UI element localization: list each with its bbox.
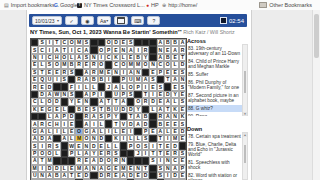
grid-cell[interactable]: T (98, 106, 105, 113)
print-button[interactable] (114, 16, 128, 25)
grid-cell[interactable]: N (31, 54, 38, 61)
grid-cell[interactable]: O (46, 98, 53, 105)
grid-cell[interactable]: A (157, 54, 164, 61)
grid-cell[interactable]: E (171, 54, 178, 61)
grid-cell[interactable]: E (149, 83, 156, 90)
grid-cell[interactable]: O (75, 128, 82, 135)
grid-cell[interactable]: A (83, 150, 90, 157)
grid-cell[interactable]: A (157, 128, 164, 135)
grid-cell[interactable]: C (171, 157, 178, 164)
grid-cell[interactable]: R (75, 61, 82, 68)
grid-cell[interactable]: D (112, 39, 119, 46)
grid-cell[interactable]: C (31, 98, 38, 105)
grid-cell[interactable]: S (127, 91, 134, 98)
grid-cell[interactable]: S (120, 179, 127, 180)
grid-cell[interactable]: E (179, 91, 186, 98)
grid-cell[interactable]: L (75, 150, 82, 157)
grid-cell[interactable]: B (53, 172, 60, 179)
grid-cell[interactable]: E (157, 98, 164, 105)
grid-cell[interactable]: M (46, 157, 53, 164)
grid-cell[interactable]: M (98, 69, 105, 76)
grid-cell[interactable]: U (112, 106, 119, 113)
grid-cell[interactable]: E (171, 128, 178, 135)
grid-cell[interactable]: D (171, 142, 178, 149)
grid-cell[interactable]: T (53, 39, 60, 46)
grid-cell[interactable]: E (164, 142, 171, 149)
grid-cell[interactable]: Y (142, 54, 149, 61)
grid-cell[interactable]: S (179, 120, 186, 127)
grid-cell[interactable]: P (134, 83, 141, 90)
clue-item[interactable]: 82. Word with station or silence (187, 173, 242, 180)
grid-cell[interactable]: N (134, 69, 141, 76)
grid-cell[interactable]: M (75, 39, 82, 46)
grid-cell[interactable]: S (53, 142, 60, 149)
clue-item[interactable]: 81. Speechless with shock (187, 160, 242, 171)
grid-cell[interactable]: N (120, 46, 127, 53)
grid-cell[interactable]: L (120, 54, 127, 61)
grid-cell[interactable]: A (90, 128, 97, 135)
grid-cell[interactable]: O (105, 157, 112, 164)
grid-cell[interactable]: S (38, 39, 45, 46)
grid-cell[interactable]: E (83, 157, 90, 164)
grid-cell[interactable]: F (68, 83, 75, 90)
grid-cell[interactable]: E (164, 120, 171, 127)
grid-cell[interactable]: D (98, 157, 105, 164)
grid-cell[interactable]: O (38, 150, 45, 157)
grid-cell[interactable]: E (171, 83, 178, 90)
grid-cell[interactable]: I (127, 128, 134, 135)
grid-cell[interactable]: I (90, 120, 97, 127)
grid-cell[interactable]: I (120, 69, 127, 76)
grid-cell[interactable]: D (179, 128, 186, 135)
bookmark-import[interactable]: ▤ Import bookmarks... (4, 2, 59, 8)
grid-cell[interactable]: A (157, 39, 164, 46)
keyboard-button[interactable]: ⌨ (131, 16, 144, 25)
grid-cell[interactable]: A (38, 128, 45, 135)
grid-cell[interactable]: N (171, 113, 178, 120)
letter-mode-button[interactable]: Aa ▾ (97, 16, 111, 25)
grid-cell[interactable]: S (127, 39, 134, 46)
grid-cell[interactable]: S (149, 76, 156, 83)
grid-cell[interactable]: N (157, 46, 164, 53)
grid-cell[interactable]: M (171, 135, 178, 142)
grid-cell[interactable]: I (134, 46, 141, 53)
grid-cell[interactable]: Y (134, 106, 141, 113)
grid-cell[interactable]: E (68, 165, 75, 172)
grid-cell[interactable]: B (164, 39, 171, 46)
clue-item[interactable]: 86. Phil Dunphy of "Modern Family," for … (187, 79, 242, 90)
grid-cell[interactable]: P (157, 69, 164, 76)
grid-cell[interactable]: D (83, 172, 90, 179)
grid-cell[interactable]: Y (171, 91, 178, 98)
grid-cell[interactable]: S (179, 98, 186, 105)
grid-cell[interactable]: I (98, 54, 105, 61)
grid-cell[interactable]: N (61, 91, 68, 98)
grid-cell[interactable]: D (179, 61, 186, 68)
grid-cell[interactable]: B (90, 76, 97, 83)
grid-cell[interactable]: W (68, 142, 75, 149)
grid-cell[interactable]: T (142, 91, 149, 98)
grid-cell[interactable]: R (171, 150, 178, 157)
grid-cell[interactable]: L (90, 83, 97, 90)
grid-cell[interactable]: K (179, 113, 186, 120)
grid-cell[interactable]: T (61, 46, 68, 53)
grid-cell[interactable]: L (120, 83, 127, 90)
grid-cell[interactable]: M (61, 61, 68, 68)
clue-item[interactable]: 83. 19th-century adversary of an 11-Down (187, 46, 242, 57)
grid-cell[interactable]: T (112, 120, 119, 127)
grid-cell[interactable]: R (112, 157, 119, 164)
grid-cell[interactable]: A (53, 46, 60, 53)
down-scrollbar-thumb[interactable] (244, 145, 247, 163)
grid-cell[interactable]: L (61, 128, 68, 135)
grid-cell[interactable]: E (53, 69, 60, 76)
grid-cell[interactable]: L (98, 120, 105, 127)
grid-cell[interactable]: E (68, 120, 75, 127)
grid-cell[interactable]: T (164, 76, 171, 83)
clue-item[interactable]: 84. Child of Prince Harry and Meghan Mar… (187, 59, 242, 70)
grid-cell[interactable]: D (142, 120, 149, 127)
grid-cell[interactable]: E (179, 157, 186, 164)
grid-cell[interactable]: O (68, 39, 75, 46)
grid-cell[interactable]: L (171, 61, 178, 68)
grid-cell[interactable]: T (68, 172, 75, 179)
bookmark-google[interactable]: G Google (54, 2, 78, 8)
grid-cell[interactable]: A (46, 135, 53, 142)
grid-cell[interactable]: P (105, 113, 112, 120)
grid-cell[interactable]: A (179, 39, 186, 46)
grid-cell[interactable]: H (53, 120, 60, 127)
grid-cell[interactable]: A (120, 172, 127, 179)
grid-cell[interactable]: P (68, 150, 75, 157)
grid-cell[interactable]: R (31, 83, 38, 90)
grid-cell[interactable]: O (98, 46, 105, 53)
grid-cell[interactable]: V (120, 120, 127, 127)
grid-cell[interactable]: E (149, 128, 156, 135)
grid-cell[interactable]: E (31, 76, 38, 83)
grid-cell[interactable]: M (75, 165, 82, 172)
grid-cell[interactable]: D (120, 106, 127, 113)
grid-cell[interactable]: P (142, 128, 149, 135)
grid-cell[interactable]: D (53, 98, 60, 105)
grid-cell[interactable]: L (127, 135, 134, 142)
grid-cell[interactable]: I (38, 142, 45, 149)
grid-cell[interactable]: I (38, 165, 45, 172)
grid-cell[interactable]: C (112, 61, 119, 68)
grid-cell[interactable]: M (75, 135, 82, 142)
clue-item[interactable]: 88. G whiz? (187, 105, 242, 111)
grid-cell[interactable]: M (134, 76, 141, 83)
grid-cell[interactable]: L (83, 83, 90, 90)
grid-cell[interactable]: E (149, 69, 156, 76)
grid-cell[interactable]: T (157, 142, 164, 149)
grid-cell[interactable]: A (46, 179, 53, 180)
grid-cell[interactable]: M (120, 165, 127, 172)
grid-cell[interactable]: N (83, 142, 90, 149)
grid-cell[interactable]: I (142, 83, 149, 90)
grid-cell[interactable]: E (105, 179, 112, 180)
grid-cell[interactable]: O (53, 61, 60, 68)
grid-cell[interactable]: J (134, 150, 141, 157)
grid-cell[interactable]: R (105, 172, 112, 179)
grid-cell[interactable]: N (164, 157, 171, 164)
grid-cell[interactable]: G (46, 106, 53, 113)
grid-cell[interactable]: T (157, 150, 164, 157)
grid-cell[interactable]: E (53, 106, 60, 113)
grid-cell[interactable]: E (164, 179, 171, 180)
grid-cell[interactable]: L (61, 165, 68, 172)
grid-cell[interactable]: L (105, 142, 112, 149)
grid-cell[interactable]: E (171, 120, 178, 127)
grid-cell[interactable]: W (53, 91, 60, 98)
grid-cell[interactable]: S (179, 150, 186, 157)
grid-cell[interactable]: R (46, 142, 53, 149)
grid-cell[interactable]: S (179, 83, 186, 90)
grid-cell[interactable]: D (127, 106, 134, 113)
help-button[interactable]: ? (147, 16, 160, 25)
grid-cell[interactable]: A (120, 98, 127, 105)
grid-cell[interactable]: I (120, 135, 127, 142)
grid-cell[interactable]: Y (68, 98, 75, 105)
grid-cell[interactable]: I (149, 91, 156, 98)
grid-cell[interactable]: G (83, 128, 90, 135)
grid-cell[interactable]: L (68, 135, 75, 142)
grid-cell[interactable]: G (31, 128, 38, 135)
grid-cell[interactable]: I (38, 54, 45, 61)
grid-cell[interactable]: B (171, 39, 178, 46)
grid-cell[interactable]: A (98, 98, 105, 105)
grid-cell[interactable]: E (98, 150, 105, 157)
grid-cell[interactable]: L (112, 142, 119, 149)
grid-cell[interactable]: E (83, 61, 90, 68)
grid-cell[interactable]: I (149, 142, 156, 149)
grid-cell[interactable]: A (90, 157, 97, 164)
grid-cell[interactable]: D (127, 120, 134, 127)
grid-cell[interactable]: S (68, 91, 75, 98)
grid-cell[interactable]: O (120, 61, 127, 68)
grid-cell[interactable]: R (90, 69, 97, 76)
grid-cell[interactable]: N (90, 165, 97, 172)
clue-item[interactable]: 85. Suffer (187, 72, 242, 78)
grid-cell[interactable]: E (112, 172, 119, 179)
grid-cell[interactable]: D (53, 165, 60, 172)
grid-cell[interactable]: T (98, 179, 105, 180)
clue-item[interactable]: 79. Blue, Charlie, Delta and Echo in "Ju… (187, 141, 242, 158)
bookmark-nyt-crossword[interactable]: T NY Times Crossword L... (77, 2, 145, 8)
grid-cell[interactable]: O (127, 83, 134, 90)
grid-cell[interactable]: A (83, 69, 90, 76)
grid-cell[interactable]: R (179, 46, 186, 53)
grid-cell[interactable]: E (46, 69, 53, 76)
clue-item[interactable]: 90. Rang (187, 113, 242, 115)
grid-cell[interactable]: R (38, 120, 45, 127)
grid-cell[interactable]: C (105, 54, 112, 61)
grid-cell[interactable]: O (98, 61, 105, 68)
puzzle-date-dropdown[interactable]: 10/01/23 ▾ (32, 16, 62, 25)
grid-cell[interactable]: T (157, 135, 164, 142)
grid-cell[interactable]: O (134, 142, 141, 149)
grid-cell[interactable]: L (46, 113, 53, 120)
timer-stop-icon[interactable] (220, 17, 227, 24)
grid-cell[interactable]: L (38, 98, 45, 105)
grid-cell[interactable]: L (149, 106, 156, 113)
grid-cell[interactable]: B (98, 76, 105, 83)
grid-cell[interactable]: D (46, 83, 53, 90)
grid-cell[interactable]: N (90, 135, 97, 142)
grid-cell[interactable]: O (105, 39, 112, 46)
grid-cell[interactable]: T (105, 98, 112, 105)
grid-cell[interactable]: A (83, 120, 90, 127)
grid-cell[interactable]: N (83, 98, 90, 105)
grid-cell[interactable]: R (53, 179, 60, 180)
grid-cell[interactable]: M (134, 61, 141, 68)
grid-cell[interactable]: L (38, 61, 45, 68)
grid-cell[interactable]: D (171, 172, 178, 179)
grid-cell[interactable]: A (90, 113, 97, 120)
grid-cell[interactable]: E (38, 179, 45, 180)
grid-cell[interactable]: E (75, 142, 82, 149)
grid-cell[interactable]: L (142, 179, 149, 180)
grid-cell[interactable]: D (98, 172, 105, 179)
grid-cell[interactable]: T (142, 165, 149, 172)
grid-cell[interactable]: I (46, 46, 53, 53)
window-scrollbar-thumb[interactable] (314, 14, 319, 58)
grid-cell[interactable]: C (75, 46, 82, 53)
grid-cell[interactable]: A (46, 172, 53, 179)
grid-cell[interactable]: B (75, 106, 82, 113)
grid-cell[interactable]: N (38, 172, 45, 179)
grid-cell[interactable]: O (134, 98, 141, 105)
grid-cell[interactable]: L (112, 128, 119, 135)
grid-cell[interactable]: I (164, 172, 171, 179)
across-scrollbar[interactable]: ▼ (242, 44, 248, 116)
grid-cell[interactable]: D (68, 179, 75, 180)
grid-cell[interactable]: L (68, 54, 75, 61)
grid-cell[interactable]: E (112, 165, 119, 172)
grid-cell[interactable]: E (83, 106, 90, 113)
grid-cell[interactable]: L (61, 106, 68, 113)
clue-item[interactable]: 78. Certain spa treatment (187, 134, 242, 140)
grid-cell[interactable]: R (61, 69, 68, 76)
grid-cell[interactable]: L (53, 150, 60, 157)
grid-cell[interactable]: T (112, 98, 119, 105)
grid-cell[interactable]: B (134, 54, 141, 61)
grid-cell[interactable]: S (31, 142, 38, 149)
grid-cell[interactable]: K (171, 179, 178, 180)
grid-cell[interactable]: E (38, 83, 45, 90)
grid-cell[interactable]: A (164, 113, 171, 120)
grid-cell[interactable]: A (171, 76, 178, 83)
grid-cell[interactable]: U (46, 76, 53, 83)
grid-cell[interactable]: P (105, 46, 112, 53)
grid-cell[interactable]: E (179, 135, 186, 142)
clue-item[interactable]: 87. Second picture in an alphabet book, … (187, 92, 242, 103)
grid-cell[interactable]: I (53, 76, 60, 83)
grid-cell[interactable]: S (157, 172, 164, 179)
grid-cell[interactable]: A (61, 135, 68, 142)
grid-cell[interactable]: E (120, 39, 127, 46)
grid-cell[interactable]: E (179, 172, 186, 179)
grid-cell[interactable]: D (142, 172, 149, 179)
grid-cell[interactable]: A (157, 106, 164, 113)
grid-cell[interactable]: E (127, 54, 134, 61)
grid-cell[interactable]: S (90, 179, 97, 180)
grid-cell[interactable]: P (61, 113, 68, 120)
grid-cell[interactable]: T (127, 113, 134, 120)
grid-cell[interactable]: A (75, 54, 82, 61)
grid-cell[interactable]: A (83, 46, 90, 53)
grid-cell[interactable]: D (127, 172, 134, 179)
grid-cell[interactable]: D (149, 98, 156, 105)
down-scrollbar[interactable]: ▲ (242, 132, 248, 180)
grid-cell[interactable]: N (164, 165, 171, 172)
grid-cell[interactable]: O (46, 150, 53, 157)
grid-cell[interactable]: L (171, 98, 178, 105)
grid-cell[interactable]: B (142, 113, 149, 120)
bookmark-hp[interactable]: ● HP (146, 2, 159, 8)
grid-cell[interactable]: E (112, 179, 119, 180)
grid-cell[interactable]: A (112, 83, 119, 90)
scroll-down-arrow-icon[interactable]: ▼ (243, 112, 247, 116)
grid-cell[interactable]: E (164, 69, 171, 76)
grid-cell[interactable]: Q (38, 76, 45, 83)
other-bookmarks-button[interactable]: Other Bookmarks (259, 2, 312, 8)
grid-cell[interactable]: S (98, 113, 105, 120)
grid-cell[interactable]: O (142, 61, 149, 68)
grid-cell[interactable]: T (38, 157, 45, 164)
grid-cell[interactable]: I (142, 150, 149, 157)
grid-cell[interactable]: M (31, 165, 38, 172)
grid-cell[interactable]: E (120, 128, 127, 135)
grid-cell[interactable]: Y (90, 150, 97, 157)
grid-cell[interactable]: A (171, 165, 178, 172)
grid-cell[interactable]: U (31, 172, 38, 179)
grid-cell[interactable]: N (31, 179, 38, 180)
grid-cell[interactable]: P (90, 91, 97, 98)
grid-cell[interactable]: E (171, 69, 178, 76)
grid-cell[interactable]: U (127, 76, 134, 83)
grid-cell[interactable]: A (83, 91, 90, 98)
grid-cell[interactable]: S (112, 150, 119, 157)
grid-cell[interactable]: S (142, 135, 149, 142)
grid-cell[interactable]: E (127, 165, 134, 172)
grid-cell[interactable]: S (61, 76, 68, 83)
grid-cell[interactable]: S (83, 54, 90, 61)
grid-cell[interactable]: O (61, 54, 68, 61)
grid-cell[interactable]: I (61, 120, 68, 127)
grid-cell[interactable]: I (46, 39, 53, 46)
reveal-button[interactable]: ◉ (81, 16, 94, 25)
grid-cell[interactable]: S (31, 46, 38, 53)
grid-cell[interactable]: S (149, 157, 156, 164)
grid-cell[interactable]: E (157, 91, 164, 98)
grid-cell[interactable]: E (164, 46, 171, 53)
grid-cell[interactable]: T (149, 150, 156, 157)
grid-cell[interactable]: B (157, 120, 164, 127)
grid-cell[interactable]: D (46, 165, 53, 172)
grid-cell[interactable]: P (31, 150, 38, 157)
grid-cell[interactable]: R (142, 98, 149, 105)
grid-cell[interactable]: R (157, 113, 164, 120)
grid-cell[interactable]: K (31, 106, 38, 113)
grid-cell[interactable]: E (179, 179, 186, 180)
grid-cell[interactable]: S (179, 69, 186, 76)
grid-cell[interactable]: M (127, 61, 134, 68)
grid-cell[interactable]: I (134, 179, 141, 180)
grid-cell[interactable]: E (75, 98, 82, 105)
grid-cell[interactable]: R (105, 150, 112, 157)
grid-cell[interactable]: A (134, 120, 141, 127)
